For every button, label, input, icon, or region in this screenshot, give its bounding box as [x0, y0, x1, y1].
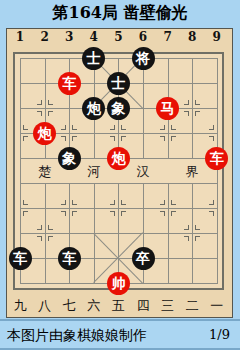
piece-red-chariot[interactable]: 车 — [205, 147, 228, 170]
grid-vline — [192, 58, 193, 158]
grid-vline — [192, 183, 193, 283]
position-marker — [61, 200, 66, 205]
position-marker — [61, 211, 66, 216]
position-marker — [184, 225, 189, 230]
file-cn-label: 八 — [33, 297, 57, 315]
status-bar: 本图片由象棋娘娘制作 1/9 — [0, 319, 240, 350]
position-marker — [48, 100, 53, 105]
position-marker — [195, 111, 200, 116]
river-text: 汉 — [134, 163, 152, 181]
position-marker — [121, 200, 126, 205]
position-marker — [37, 225, 42, 230]
file-number-label: 9 — [205, 30, 229, 44]
position-marker — [61, 136, 66, 141]
position-marker — [209, 211, 214, 216]
piece-black-advisor[interactable]: 士 — [107, 72, 130, 95]
piece-black-advisor[interactable]: 士 — [82, 47, 105, 70]
file-number-label: 7 — [156, 30, 180, 44]
piece-black-elephant[interactable]: 象 — [58, 147, 81, 170]
position-marker — [160, 136, 165, 141]
position-marker — [171, 200, 176, 205]
position-marker — [72, 200, 77, 205]
file-cn-label: 六 — [82, 297, 106, 315]
position-marker — [195, 100, 200, 105]
position-marker — [110, 136, 115, 141]
file-cn-label: 一 — [205, 297, 229, 315]
position-marker — [195, 225, 200, 230]
file-cn-label: 三 — [156, 297, 180, 315]
piece-red-cannon[interactable]: 炮 — [33, 122, 56, 145]
piece-black-general[interactable]: 将 — [132, 47, 155, 70]
position-marker — [171, 136, 176, 141]
river-text: 楚 — [36, 163, 54, 181]
file-cn-label: 四 — [131, 297, 155, 315]
position-marker — [209, 125, 214, 130]
file-number-label: 2 — [33, 30, 57, 44]
file-number-label: 4 — [82, 30, 106, 44]
grid-vline — [168, 183, 169, 283]
piece-red-general[interactable]: 帅 — [107, 272, 130, 295]
file-number-label: 3 — [57, 30, 81, 44]
file-cn-label: 五 — [106, 297, 130, 315]
position-marker — [160, 125, 165, 130]
position-marker — [23, 125, 28, 130]
file-number-label: 1 — [8, 30, 32, 44]
credit-text: 本图片由象棋娘娘制作 — [7, 327, 147, 345]
piece-black-elephant[interactable]: 象 — [107, 97, 130, 120]
position-marker — [48, 225, 53, 230]
position-marker — [110, 125, 115, 130]
position-marker — [48, 111, 53, 116]
piece-black-cannon[interactable]: 炮 — [82, 97, 105, 120]
piece-red-chariot[interactable]: 车 — [58, 72, 81, 95]
file-number-label: 8 — [180, 30, 204, 44]
position-marker — [121, 136, 126, 141]
file-number-label: 6 — [131, 30, 155, 44]
position-marker — [48, 236, 53, 241]
grid-vline — [45, 183, 46, 283]
position-marker — [37, 111, 42, 116]
piece-black-chariot[interactable]: 车 — [58, 247, 81, 270]
position-marker — [23, 136, 28, 141]
xiangqi-board: 楚河汉界123456789九八七六五四三二一士将车士炮象马炮象炮车车车卒帅 — [0, 0, 240, 350]
piece-black-chariot[interactable]: 车 — [9, 247, 32, 270]
position-marker — [184, 111, 189, 116]
position-marker — [209, 136, 214, 141]
grid-vline — [118, 183, 119, 283]
position-marker — [37, 236, 42, 241]
position-marker — [121, 211, 126, 216]
river-text: 界 — [183, 163, 201, 181]
position-marker — [110, 200, 115, 205]
grid-vline — [143, 58, 144, 158]
position-marker — [61, 125, 66, 130]
file-cn-label: 七 — [57, 297, 81, 315]
position-marker — [184, 236, 189, 241]
position-marker — [72, 211, 77, 216]
file-cn-label: 二 — [180, 297, 204, 315]
position-marker — [72, 136, 77, 141]
piece-red-horse[interactable]: 马 — [156, 97, 179, 120]
position-marker — [37, 100, 42, 105]
position-marker — [209, 200, 214, 205]
page: 第164局 凿壁偷光 楚河汉界123456789九八七六五四三二一士将车士炮象马… — [0, 0, 240, 350]
position-marker — [110, 211, 115, 216]
page-indicator: 1/9 — [209, 327, 230, 342]
piece-red-cannon[interactable]: 炮 — [107, 147, 130, 170]
position-marker — [121, 125, 126, 130]
position-marker — [23, 211, 28, 216]
piece-black-soldier[interactable]: 卒 — [132, 247, 155, 270]
file-number-label: 5 — [106, 30, 130, 44]
position-marker — [171, 125, 176, 130]
position-marker — [160, 211, 165, 216]
position-marker — [160, 200, 165, 205]
river-text: 河 — [85, 163, 103, 181]
position-marker — [195, 236, 200, 241]
position-marker — [72, 125, 77, 130]
position-marker — [171, 211, 176, 216]
file-cn-label: 九 — [8, 297, 32, 315]
position-marker — [23, 200, 28, 205]
position-marker — [184, 100, 189, 105]
